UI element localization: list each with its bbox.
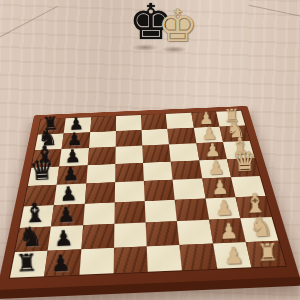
off-board-white-king[interactable]: ♚ [158,4,197,48]
table-seam-left [0,6,58,40]
square-r7c4[interactable] [114,222,147,247]
board[interactable]: ♜♟♟♜♞♟♟♞♝♟♟♝♛♟♟♛♟♟♝♟♟♝♞♟♟♞♜♟♟♜ [10,111,286,278]
square-r4c4[interactable] [115,163,144,183]
square-r4c3[interactable] [86,164,115,184]
square-r8c6[interactable] [180,243,217,270]
square-r1c3[interactable] [90,116,116,132]
white-pawn[interactable]: ♟ [208,197,240,219]
white-knight[interactable]: ♞ [244,212,278,240]
square-r7c6[interactable] [177,220,212,245]
square-r3c3[interactable] [87,147,115,165]
black-rook[interactable]: ♜ [9,251,44,277]
square-r7c3[interactable] [81,224,114,249]
square-r2c3[interactable] [89,131,116,148]
square-r3c6[interactable] [169,143,199,161]
square-r1c5[interactable] [141,114,168,130]
square-r6c7[interactable]: ♟ [205,197,240,220]
white-queen[interactable]: ♛ [229,148,259,177]
square-r8c7[interactable]: ♟ [212,242,251,269]
square-r8c3[interactable] [79,247,114,274]
chessboard-scene: ♜♟♟♜♞♟♟♞♝♟♟♝♛♟♟♛♟♟♝♟♟♝♞♟♟♞♜♟♟♜ [12,51,275,300]
square-r6c3[interactable] [83,202,115,225]
square-r4c5[interactable] [143,161,173,181]
square-r4c8[interactable]: ♛ [227,158,260,177]
square-r7c7[interactable]: ♟ [209,218,246,243]
square-r4c1[interactable]: ♛ [28,166,59,186]
square-r8c1[interactable]: ♜ [10,250,48,277]
black-pawn[interactable]: ♟ [44,251,79,275]
square-r3c4[interactable] [115,146,143,164]
white-rook[interactable]: ♜ [250,240,285,266]
square-r6c4[interactable] [114,201,145,224]
square-r7c2[interactable]: ♟ [48,225,83,250]
square-r1c6[interactable] [166,113,193,129]
black-pawn[interactable]: ♟ [53,183,84,204]
square-r8c8[interactable]: ♜ [245,240,285,267]
square-r2c4[interactable] [115,130,142,147]
black-pawn[interactable]: ♟ [47,227,81,250]
square-r6c6[interactable] [175,198,209,221]
square-r6c5[interactable] [145,200,177,223]
black-queen[interactable]: ♛ [27,156,57,185]
square-r7c5[interactable] [146,221,180,246]
board-tilt: ♜♟♟♜♞♟♟♞♝♟♟♝♛♟♟♛♟♟♝♟♟♝♞♟♟♞♜♟♟♜ [0,106,300,299]
square-r3c5[interactable] [142,144,171,162]
square-r8c4[interactable] [113,246,147,273]
square-r5c3[interactable] [84,182,115,203]
square-r4c6[interactable] [171,160,202,180]
black-knight[interactable]: ♞ [14,222,48,250]
square-r5c5[interactable] [144,180,175,201]
square-r6c2[interactable]: ♟ [51,203,84,226]
board-frame: ♜♟♟♜♞♟♟♞♝♟♟♝♛♟♟♛♟♟♝♟♟♝♞♟♟♞♜♟♟♜ [0,106,300,299]
square-r1c4[interactable] [116,115,142,131]
square-r5c4[interactable] [115,181,145,202]
square-r2c6[interactable] [167,128,195,145]
black-pawn[interactable]: ♟ [50,204,82,226]
white-pawn[interactable]: ♟ [216,244,251,268]
square-r8c5[interactable] [147,245,183,272]
photo-stage: ♚ ♚ ♜♟♟♜♞♟♟♞♝♟♟♝♛♟♟♛♟♟♝♟♟♝♞♟♟♞♜♟♟♜ [0,0,300,300]
square-r8c2[interactable]: ♟ [44,249,80,276]
table-seam-right [249,5,300,21]
white-pawn[interactable]: ♟ [211,219,245,242]
square-r2c5[interactable] [142,129,170,146]
square-r5c6[interactable] [173,178,205,199]
